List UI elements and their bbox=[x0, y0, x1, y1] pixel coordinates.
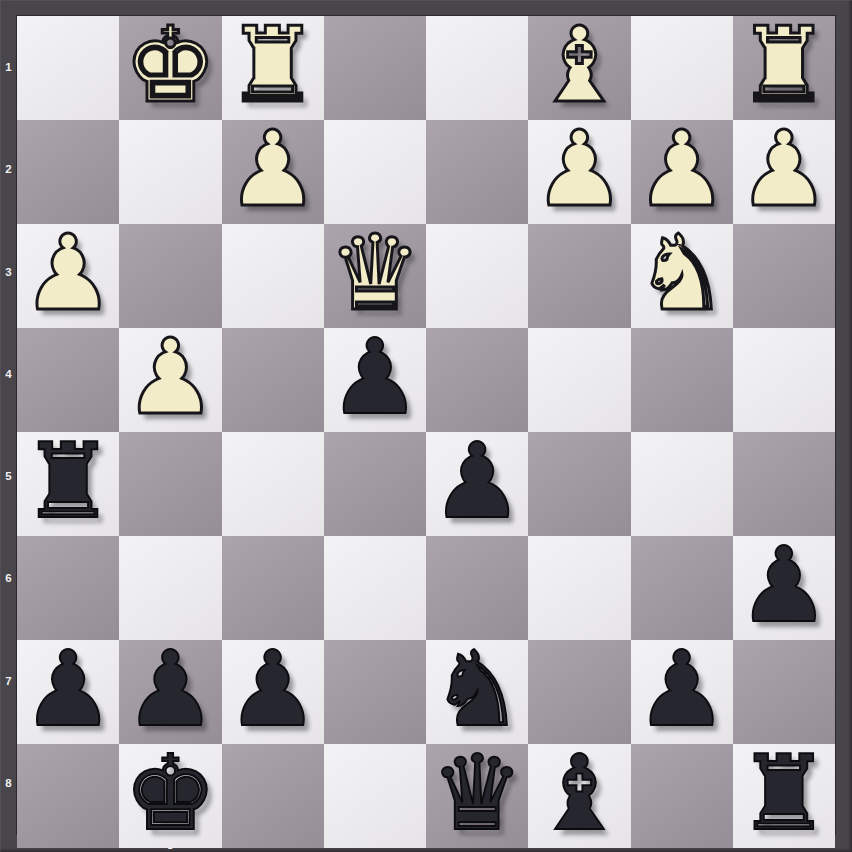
square-c3[interactable] bbox=[528, 224, 630, 328]
black-pawn: ♟ bbox=[226, 637, 319, 741]
square-d1[interactable] bbox=[426, 16, 528, 120]
black-pawn: ♟ bbox=[22, 637, 115, 741]
square-d8[interactable]: ♛ bbox=[426, 744, 528, 848]
square-b5[interactable] bbox=[631, 432, 733, 536]
square-h4[interactable] bbox=[17, 328, 119, 432]
square-e7[interactable] bbox=[324, 640, 426, 744]
white-pawn: ♟ bbox=[226, 117, 319, 221]
square-a2[interactable]: ♟ bbox=[733, 120, 835, 224]
square-c5[interactable] bbox=[528, 432, 630, 536]
black-rook: ♜ bbox=[737, 741, 830, 845]
rank-label-6: 6 bbox=[0, 527, 17, 629]
white-rook: ♜ bbox=[226, 13, 319, 117]
black-pawn: ♟ bbox=[328, 325, 421, 429]
square-e6[interactable] bbox=[324, 536, 426, 640]
square-h8[interactable] bbox=[17, 744, 119, 848]
chess-board-frame: 12345678 hgfedcba ♚♜♝♜♟♟♟♟♟♛♞♟♟♜♟♟♟♟♟♞♟♚… bbox=[0, 0, 852, 852]
rank-label-5: 5 bbox=[0, 425, 17, 527]
black-pawn: ♟ bbox=[431, 429, 524, 533]
square-d7[interactable]: ♞ bbox=[426, 640, 528, 744]
white-pawn: ♟ bbox=[533, 117, 626, 221]
square-c1[interactable]: ♝ bbox=[528, 16, 630, 120]
square-b7[interactable]: ♟ bbox=[631, 640, 733, 744]
square-d6[interactable] bbox=[426, 536, 528, 640]
black-pawn: ♟ bbox=[737, 533, 830, 637]
black-pawn: ♟ bbox=[635, 637, 728, 741]
square-g4[interactable]: ♟ bbox=[119, 328, 221, 432]
square-f7[interactable]: ♟ bbox=[222, 640, 324, 744]
square-a6[interactable]: ♟ bbox=[733, 536, 835, 640]
square-f4[interactable] bbox=[222, 328, 324, 432]
square-h5[interactable]: ♜ bbox=[17, 432, 119, 536]
square-g3[interactable] bbox=[119, 224, 221, 328]
white-rook: ♜ bbox=[737, 13, 830, 117]
square-c2[interactable]: ♟ bbox=[528, 120, 630, 224]
white-pawn: ♟ bbox=[22, 221, 115, 325]
white-pawn: ♟ bbox=[737, 117, 830, 221]
square-f5[interactable] bbox=[222, 432, 324, 536]
square-e5[interactable] bbox=[324, 432, 426, 536]
square-f1[interactable]: ♜ bbox=[222, 16, 324, 120]
square-g6[interactable] bbox=[119, 536, 221, 640]
square-g7[interactable]: ♟ bbox=[119, 640, 221, 744]
square-h3[interactable]: ♟ bbox=[17, 224, 119, 328]
square-h7[interactable]: ♟ bbox=[17, 640, 119, 744]
black-bishop: ♝ bbox=[533, 741, 626, 845]
black-rook: ♜ bbox=[22, 429, 115, 533]
square-a8[interactable]: ♜ bbox=[733, 744, 835, 848]
white-knight: ♞ bbox=[635, 221, 728, 325]
square-g2[interactable] bbox=[119, 120, 221, 224]
square-a4[interactable] bbox=[733, 328, 835, 432]
square-c7[interactable] bbox=[528, 640, 630, 744]
white-king: ♚ bbox=[124, 13, 217, 117]
square-a1[interactable]: ♜ bbox=[733, 16, 835, 120]
square-c6[interactable] bbox=[528, 536, 630, 640]
square-h1[interactable] bbox=[17, 16, 119, 120]
black-knight: ♞ bbox=[431, 637, 524, 741]
square-f3[interactable] bbox=[222, 224, 324, 328]
square-a5[interactable] bbox=[733, 432, 835, 536]
rank-label-8: 8 bbox=[0, 732, 17, 834]
square-f2[interactable]: ♟ bbox=[222, 120, 324, 224]
square-e3[interactable]: ♛ bbox=[324, 224, 426, 328]
white-pawn: ♟ bbox=[635, 117, 728, 221]
square-a7[interactable] bbox=[733, 640, 835, 744]
square-h2[interactable] bbox=[17, 120, 119, 224]
square-c8[interactable]: ♝ bbox=[528, 744, 630, 848]
square-e8[interactable] bbox=[324, 744, 426, 848]
square-d4[interactable] bbox=[426, 328, 528, 432]
square-g1[interactable]: ♚ bbox=[119, 16, 221, 120]
square-d5[interactable]: ♟ bbox=[426, 432, 528, 536]
square-b2[interactable]: ♟ bbox=[631, 120, 733, 224]
white-bishop: ♝ bbox=[533, 13, 626, 117]
black-queen: ♛ bbox=[431, 741, 524, 845]
square-b1[interactable] bbox=[631, 16, 733, 120]
square-e4[interactable]: ♟ bbox=[324, 328, 426, 432]
square-d3[interactable] bbox=[426, 224, 528, 328]
chess-board: ♚♜♝♜♟♟♟♟♟♛♞♟♟♜♟♟♟♟♟♞♟♚♛♝♜ bbox=[17, 16, 835, 834]
square-h6[interactable] bbox=[17, 536, 119, 640]
square-f6[interactable] bbox=[222, 536, 324, 640]
rank-label-1: 1 bbox=[0, 16, 17, 118]
white-queen: ♛ bbox=[328, 221, 421, 325]
square-b6[interactable] bbox=[631, 536, 733, 640]
square-a3[interactable] bbox=[733, 224, 835, 328]
square-b4[interactable] bbox=[631, 328, 733, 432]
rank-label-4: 4 bbox=[0, 323, 17, 425]
rank-label-7: 7 bbox=[0, 630, 17, 732]
rank-label-3: 3 bbox=[0, 221, 17, 323]
square-c4[interactable] bbox=[528, 328, 630, 432]
white-pawn: ♟ bbox=[124, 325, 217, 429]
black-king: ♚ bbox=[124, 741, 217, 845]
square-e2[interactable] bbox=[324, 120, 426, 224]
rank-label-2: 2 bbox=[0, 118, 17, 220]
square-g5[interactable] bbox=[119, 432, 221, 536]
square-d2[interactable] bbox=[426, 120, 528, 224]
square-g8[interactable]: ♚ bbox=[119, 744, 221, 848]
black-pawn: ♟ bbox=[124, 637, 217, 741]
square-b3[interactable]: ♞ bbox=[631, 224, 733, 328]
square-e1[interactable] bbox=[324, 16, 426, 120]
square-b8[interactable] bbox=[631, 744, 733, 848]
square-f8[interactable] bbox=[222, 744, 324, 848]
rank-labels: 12345678 bbox=[0, 16, 17, 834]
